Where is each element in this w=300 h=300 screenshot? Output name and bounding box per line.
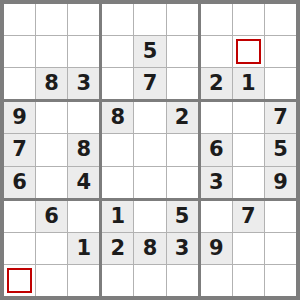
cell-digit: 8 — [44, 73, 59, 94]
highlight-marker — [7, 268, 32, 293]
cell-r5c7[interactable]: 6 — [201, 134, 232, 165]
cell-r3c3[interactable]: 3 — [68, 68, 99, 99]
cell-digit: 5 — [175, 206, 190, 227]
cell-r8c6[interactable]: 3 — [167, 233, 198, 264]
cell-digit: 2 — [209, 73, 224, 94]
cell-r1c2[interactable] — [36, 4, 67, 35]
sudoku-board: 835721978648276539611528379 — [0, 0, 300, 300]
sudoku-box-r3c1: 61 — [4, 201, 99, 296]
cell-digit: 9 — [12, 107, 27, 128]
cell-r5c2[interactable] — [36, 134, 67, 165]
cell-r2c2[interactable] — [36, 36, 67, 67]
cell-r9c5[interactable] — [134, 265, 165, 296]
cell-r5c6[interactable] — [167, 134, 198, 165]
cell-r6c2[interactable] — [36, 167, 67, 198]
cell-r9c1[interactable] — [4, 265, 35, 296]
cell-r1c6[interactable] — [167, 4, 198, 35]
cell-r3c1[interactable] — [4, 68, 35, 99]
cell-r9c6[interactable] — [167, 265, 198, 296]
sudoku-box-r2c2: 82 — [102, 102, 197, 197]
cell-r3c6[interactable] — [167, 68, 198, 99]
cell-digit: 6 — [12, 172, 27, 193]
cell-r5c9[interactable]: 5 — [265, 134, 296, 165]
cell-r1c3[interactable] — [68, 4, 99, 35]
cell-digit: 8 — [111, 107, 126, 128]
cell-r3c5[interactable]: 7 — [134, 68, 165, 99]
sudoku-box-r1c3: 21 — [201, 4, 296, 99]
cell-r4c4[interactable]: 8 — [102, 102, 133, 133]
cell-r7c7[interactable] — [201, 201, 232, 232]
cell-r7c1[interactable] — [4, 201, 35, 232]
cell-digit: 1 — [241, 73, 256, 94]
cell-r6c4[interactable] — [102, 167, 133, 198]
cell-digit: 7 — [143, 73, 158, 94]
cell-digit: 9 — [273, 172, 288, 193]
cell-r3c2[interactable]: 8 — [36, 68, 67, 99]
cell-r5c3[interactable]: 8 — [68, 134, 99, 165]
sudoku-box-r3c3: 79 — [201, 201, 296, 296]
cell-r3c9[interactable] — [265, 68, 296, 99]
cell-r7c8[interactable]: 7 — [233, 201, 264, 232]
cell-r4c3[interactable] — [68, 102, 99, 133]
cell-r1c1[interactable] — [4, 4, 35, 35]
cell-r1c5[interactable] — [134, 4, 165, 35]
cell-r1c7[interactable] — [201, 4, 232, 35]
cell-r4c1[interactable]: 9 — [4, 102, 35, 133]
cell-r2c9[interactable] — [265, 36, 296, 67]
cell-r1c8[interactable] — [233, 4, 264, 35]
cell-digit: 3 — [175, 238, 190, 259]
cell-r7c6[interactable]: 5 — [167, 201, 198, 232]
cell-r5c8[interactable] — [233, 134, 264, 165]
sudoku-box-r2c1: 97864 — [4, 102, 99, 197]
cell-digit: 4 — [76, 172, 91, 193]
cell-r2c8[interactable] — [233, 36, 264, 67]
cell-digit: 9 — [209, 238, 224, 259]
cell-r2c5[interactable]: 5 — [134, 36, 165, 67]
cell-r8c8[interactable] — [233, 233, 264, 264]
cell-digit: 2 — [111, 238, 126, 259]
cell-r5c5[interactable] — [134, 134, 165, 165]
cell-r3c8[interactable]: 1 — [233, 68, 264, 99]
cell-r9c9[interactable] — [265, 265, 296, 296]
cell-r4c8[interactable] — [233, 102, 264, 133]
cell-r6c1[interactable]: 6 — [4, 167, 35, 198]
cell-digit: 8 — [143, 238, 158, 259]
cell-r9c4[interactable] — [102, 265, 133, 296]
cell-r9c7[interactable] — [201, 265, 232, 296]
cell-r8c9[interactable] — [265, 233, 296, 264]
cell-r2c7[interactable] — [201, 36, 232, 67]
cell-r8c7[interactable]: 9 — [201, 233, 232, 264]
cell-digit: 5 — [273, 139, 288, 160]
cell-r7c3[interactable] — [68, 201, 99, 232]
cell-digit: 6 — [44, 206, 59, 227]
cell-r2c4[interactable] — [102, 36, 133, 67]
cell-r4c5[interactable] — [134, 102, 165, 133]
cell-r5c1[interactable]: 7 — [4, 134, 35, 165]
cell-r8c4[interactable]: 2 — [102, 233, 133, 264]
cell-r8c5[interactable]: 8 — [134, 233, 165, 264]
sudoku-box-r3c2: 15283 — [102, 201, 197, 296]
cell-r7c4[interactable]: 1 — [102, 201, 133, 232]
cell-r6c7[interactable]: 3 — [201, 167, 232, 198]
cell-digit: 1 — [111, 206, 126, 227]
cell-r5c4[interactable] — [102, 134, 133, 165]
sudoku-box-r2c3: 76539 — [201, 102, 296, 197]
sudoku-box-r1c1: 83 — [4, 4, 99, 99]
cell-digit: 8 — [76, 139, 91, 160]
cell-digit: 7 — [12, 139, 27, 160]
cell-digit: 3 — [209, 172, 224, 193]
cell-r8c3[interactable]: 1 — [68, 233, 99, 264]
cell-r7c2[interactable]: 6 — [36, 201, 67, 232]
cell-r6c6[interactable] — [167, 167, 198, 198]
cell-r4c7[interactable] — [201, 102, 232, 133]
cell-r6c3[interactable]: 4 — [68, 167, 99, 198]
cell-r6c9[interactable]: 9 — [265, 167, 296, 198]
cell-r1c4[interactable] — [102, 4, 133, 35]
cell-r8c2[interactable] — [36, 233, 67, 264]
cell-r9c8[interactable] — [233, 265, 264, 296]
cell-digit: 2 — [175, 107, 190, 128]
cell-r2c6[interactable] — [167, 36, 198, 67]
cell-r6c8[interactable] — [233, 167, 264, 198]
sudoku-box-r1c2: 57 — [102, 4, 197, 99]
cell-r3c4[interactable] — [102, 68, 133, 99]
cell-r4c6[interactable]: 2 — [167, 102, 198, 133]
cell-digit: 6 — [209, 139, 224, 160]
cell-r4c9[interactable]: 7 — [265, 102, 296, 133]
cell-r8c1[interactable] — [4, 233, 35, 264]
cell-r9c2[interactable] — [36, 265, 67, 296]
cell-r3c7[interactable]: 2 — [201, 68, 232, 99]
cell-digit: 7 — [273, 107, 288, 128]
cell-digit: 5 — [143, 41, 158, 62]
cell-r6c5[interactable] — [134, 167, 165, 198]
cell-digit: 3 — [76, 73, 91, 94]
cell-r4c2[interactable] — [36, 102, 67, 133]
cell-r1c9[interactable] — [265, 4, 296, 35]
cell-r7c9[interactable] — [265, 201, 296, 232]
highlight-marker — [236, 39, 261, 64]
cell-r7c5[interactable] — [134, 201, 165, 232]
cell-r2c3[interactable] — [68, 36, 99, 67]
cell-digit: 7 — [241, 206, 256, 227]
cell-r2c1[interactable] — [4, 36, 35, 67]
cell-r9c3[interactable] — [68, 265, 99, 296]
cell-digit: 1 — [76, 238, 91, 259]
